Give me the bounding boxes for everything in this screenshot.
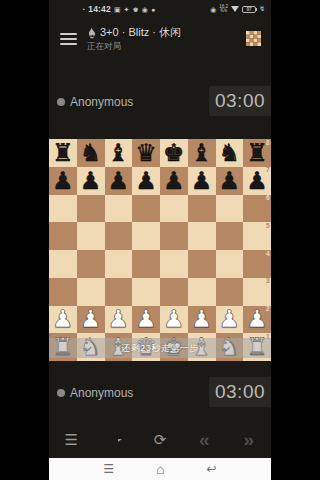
square-d7[interactable]: ♟ — [132, 167, 160, 195]
square-d5[interactable] — [132, 222, 160, 250]
back-icon[interactable]: ↩ — [207, 463, 217, 475]
square-e8[interactable]: ♚ — [160, 139, 188, 167]
square-e6[interactable] — [160, 195, 188, 223]
player-status-dot — [57, 98, 65, 106]
square-b8[interactable]: ♞ — [77, 139, 105, 167]
network-speed: 16.2 K/s — [219, 5, 228, 14]
black-king: ♚ — [163, 141, 185, 165]
black-rook: ♜ — [52, 141, 74, 165]
blitz-flame-icon — [87, 27, 96, 39]
square-a8[interactable]: ♜ — [49, 139, 77, 167]
mini-chessboard-icon[interactable] — [246, 31, 261, 46]
square-a7[interactable]: ♟ — [49, 167, 77, 195]
square-c7[interactable]: ♟ — [105, 167, 133, 195]
rank-label: 2 — [266, 306, 270, 313]
square-h3[interactable]: 3 — [243, 278, 271, 306]
square-d3[interactable] — [132, 278, 160, 306]
square-g7[interactable]: ♟ — [216, 167, 244, 195]
black-rook: ♜ — [246, 141, 268, 165]
move-forward-icon[interactable]: » — [237, 430, 261, 449]
black-pawn: ♟ — [191, 169, 213, 193]
menu-icon[interactable] — [60, 30, 77, 48]
game-title-block: 3+0 · Blitz · 休闲 正在对局 — [87, 25, 181, 53]
rank-label: 3 — [266, 278, 270, 285]
white-pawn: ♟ — [191, 307, 213, 331]
white-pawn: ♟ — [108, 307, 130, 331]
black-pawn: ♟ — [108, 169, 130, 193]
black-pawn: ♟ — [219, 169, 241, 193]
square-f6[interactable] — [188, 195, 216, 223]
rank-label: 4 — [266, 251, 270, 258]
square-c8[interactable]: ♝ — [105, 139, 133, 167]
battery-icon: 97 — [242, 6, 256, 13]
app-screen: ◔ 14:42 ▣ ✦ ♚ ◉ ● ◉ 16.2 K/s 97 ↯ — [49, 0, 271, 480]
square-d6[interactable] — [132, 195, 160, 223]
white-pawn: ♟ — [52, 307, 74, 331]
status-icon: ✦ — [124, 6, 130, 13]
white-pawn: ♟ — [135, 307, 157, 331]
rank-label: 6 — [266, 195, 270, 202]
screen-record-icon: ◔ — [81, 6, 85, 13]
square-g3[interactable] — [216, 278, 244, 306]
game-title: 3+0 · Blitz · 休闲 — [100, 25, 181, 40]
player-row: Anonymous 03:00 — [49, 377, 271, 409]
home-icon[interactable]: ⌂ — [156, 462, 164, 476]
white-pawn: ♟ — [163, 307, 185, 331]
black-pawn: ♟ — [80, 169, 102, 193]
square-a2[interactable]: ♟ — [49, 306, 77, 334]
status-icon: ▣ — [114, 6, 121, 13]
black-pawn: ♟ — [52, 169, 74, 193]
square-d2[interactable]: ♟ — [132, 306, 160, 334]
black-knight: ♞ — [80, 141, 102, 165]
board-area: ♜♞♝♛♚♝♞♜8♟♟♟♟♟♟♟♟76543♟♟♟♟♟♟♟♟2♜♞♝♛♚♝♞♜1… — [49, 139, 271, 361]
wifi-icon — [231, 6, 239, 12]
square-a4[interactable] — [49, 250, 77, 278]
android-nav-bar: ☰ ⌂ ↩ — [49, 458, 271, 480]
square-f2[interactable]: ♟ — [188, 306, 216, 334]
black-pawn: ♟ — [246, 169, 268, 193]
clock-time: 14:42 — [88, 4, 111, 14]
black-bishop: ♝ — [191, 141, 213, 165]
square-c6[interactable] — [105, 195, 133, 223]
square-a6[interactable] — [49, 195, 77, 223]
black-bishop: ♝ — [108, 141, 130, 165]
square-g2[interactable]: ♟ — [216, 306, 244, 334]
square-h8[interactable]: ♜8 — [243, 139, 271, 167]
square-b4[interactable] — [77, 250, 105, 278]
square-c2[interactable]: ♟ — [105, 306, 133, 334]
menu-list-icon[interactable]: ☰ — [59, 432, 83, 447]
square-d8[interactable]: ♛ — [132, 139, 160, 167]
square-f5[interactable] — [188, 222, 216, 250]
rank-label: 5 — [266, 223, 270, 230]
square-b7[interactable]: ♟ — [77, 167, 105, 195]
square-h6[interactable]: 6 — [243, 195, 271, 223]
player-status-dot — [57, 389, 65, 397]
square-c4[interactable] — [105, 250, 133, 278]
square-e4[interactable] — [160, 250, 188, 278]
notification-icon: ● — [151, 6, 155, 13]
first-move-timer-banner: 还剩23秒走第一步 — [49, 338, 271, 358]
square-b6[interactable] — [77, 195, 105, 223]
square-f8[interactable]: ♝ — [188, 139, 216, 167]
square-b5[interactable] — [77, 222, 105, 250]
square-f3[interactable] — [188, 278, 216, 306]
move-backward-icon[interactable]: « — [192, 430, 216, 449]
charging-icon: ↯ — [259, 5, 265, 13]
status-bar: ◔ 14:42 ▣ ✦ ♚ ◉ ● ◉ 16.2 K/s 97 ↯ — [49, 0, 271, 18]
opponent-name: Anonymous — [57, 95, 133, 109]
square-b3[interactable] — [77, 278, 105, 306]
square-h2[interactable]: ♟2 — [243, 306, 271, 334]
rank-label: 7 — [266, 167, 270, 174]
square-g4[interactable] — [216, 250, 244, 278]
square-a5[interactable] — [49, 222, 77, 250]
sync-icon: ◉ — [210, 6, 216, 13]
square-e3[interactable] — [160, 278, 188, 306]
square-h7[interactable]: ♟7 — [243, 167, 271, 195]
black-pawn: ♟ — [135, 169, 157, 193]
square-d4[interactable] — [132, 250, 160, 278]
recents-icon[interactable]: ☰ — [103, 463, 114, 475]
square-h4[interactable]: 4 — [243, 250, 271, 278]
square-e5[interactable] — [160, 222, 188, 250]
game-status: 正在对局 — [87, 41, 181, 53]
player-name: Anonymous — [57, 386, 133, 400]
white-pawn: ♟ — [246, 307, 268, 331]
square-e2[interactable]: ♟ — [160, 306, 188, 334]
black-queen: ♛ — [135, 141, 157, 165]
black-knight: ♞ — [219, 141, 241, 165]
square-h5[interactable]: 5 — [243, 222, 271, 250]
square-b2[interactable]: ♟ — [77, 306, 105, 334]
white-pawn: ♟ — [219, 307, 241, 331]
square-c3[interactable] — [105, 278, 133, 306]
square-a3[interactable] — [49, 278, 77, 306]
status-icon: ◉ — [142, 6, 148, 13]
chess-board[interactable]: ♜♞♝♛♚♝♞♜8♟♟♟♟♟♟♟♟76543♟♟♟♟♟♟♟♟2♜♞♝♛♚♝♞♜1 — [49, 139, 271, 361]
black-pawn: ♟ — [163, 169, 185, 193]
game-toolbar: ☰ ⟳ « » — [49, 424, 271, 454]
opponent-clock: 03:00 — [209, 86, 271, 116]
square-f4[interactable] — [188, 250, 216, 278]
status-icon: ♚ — [132, 6, 138, 13]
square-g5[interactable] — [216, 222, 244, 250]
square-g8[interactable]: ♞ — [216, 139, 244, 167]
player-clock: 03:00 — [209, 377, 271, 407]
square-f7[interactable]: ♟ — [188, 167, 216, 195]
flip-cycle-icon[interactable]: ⟳ — [148, 432, 172, 447]
app-bar: 3+0 · Blitz · 休闲 正在对局 — [49, 18, 271, 60]
rank-label: 8 — [266, 140, 270, 147]
opponent-row: Anonymous 03:00 — [49, 86, 271, 118]
square-c5[interactable] — [105, 222, 133, 250]
white-pawn: ♟ — [80, 307, 102, 331]
square-g6[interactable] — [216, 195, 244, 223]
square-e7[interactable]: ♟ — [160, 167, 188, 195]
